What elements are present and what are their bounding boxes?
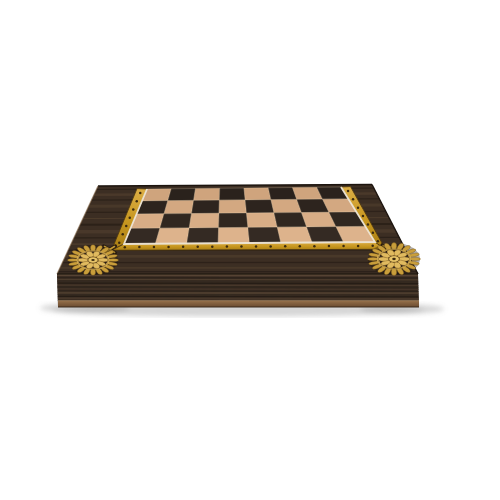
board-square [218, 227, 249, 243]
border-dot [240, 245, 243, 248]
board-square [187, 228, 219, 244]
border-dot [167, 246, 170, 249]
border-dot [371, 245, 374, 248]
box-front-face [55, 274, 421, 307]
border-dot [124, 246, 127, 249]
board-square [189, 213, 219, 228]
board-square [248, 227, 281, 243]
board-square [274, 213, 307, 228]
border-dot [357, 245, 360, 248]
border-dot [342, 245, 345, 248]
border-dot [362, 215, 365, 218]
border-dot [269, 245, 272, 248]
board-square [160, 214, 192, 229]
border-dot [284, 245, 287, 248]
border-dot [125, 225, 128, 228]
board-square [247, 213, 278, 228]
border-dot [328, 245, 331, 248]
border-dot [138, 246, 141, 249]
border-dot [139, 192, 142, 195]
border-dot [118, 241, 121, 244]
board-square [164, 200, 194, 213]
board-square [219, 188, 245, 200]
chessboard [124, 187, 375, 244]
border-dot [182, 246, 185, 249]
border-dot [226, 245, 229, 248]
product-photo [0, 0, 500, 500]
board-square [219, 200, 246, 213]
board-square [277, 227, 312, 243]
board-square [194, 188, 220, 200]
border-dot [153, 246, 156, 249]
board-square [245, 200, 274, 213]
board-square [219, 213, 248, 228]
board-square [271, 199, 302, 212]
border-dot [129, 217, 132, 220]
border-dot [255, 245, 258, 248]
border-dot [122, 233, 125, 236]
board-square [155, 228, 189, 244]
board-square [192, 200, 220, 213]
board-square [268, 188, 297, 200]
border-dot [352, 198, 355, 201]
border-dot [299, 245, 302, 248]
border-dot [347, 190, 350, 193]
border-dot [196, 246, 199, 249]
border-dot [357, 206, 360, 209]
border-dot [377, 240, 380, 243]
border-dot [136, 200, 139, 203]
border-dot [372, 232, 375, 235]
board-square [168, 189, 196, 201]
border-dot [367, 223, 370, 226]
border-dot [211, 245, 214, 248]
border-dot [132, 208, 135, 211]
chess-box-render [0, 0, 500, 500]
board-square [244, 188, 271, 200]
border-dot [313, 245, 316, 248]
